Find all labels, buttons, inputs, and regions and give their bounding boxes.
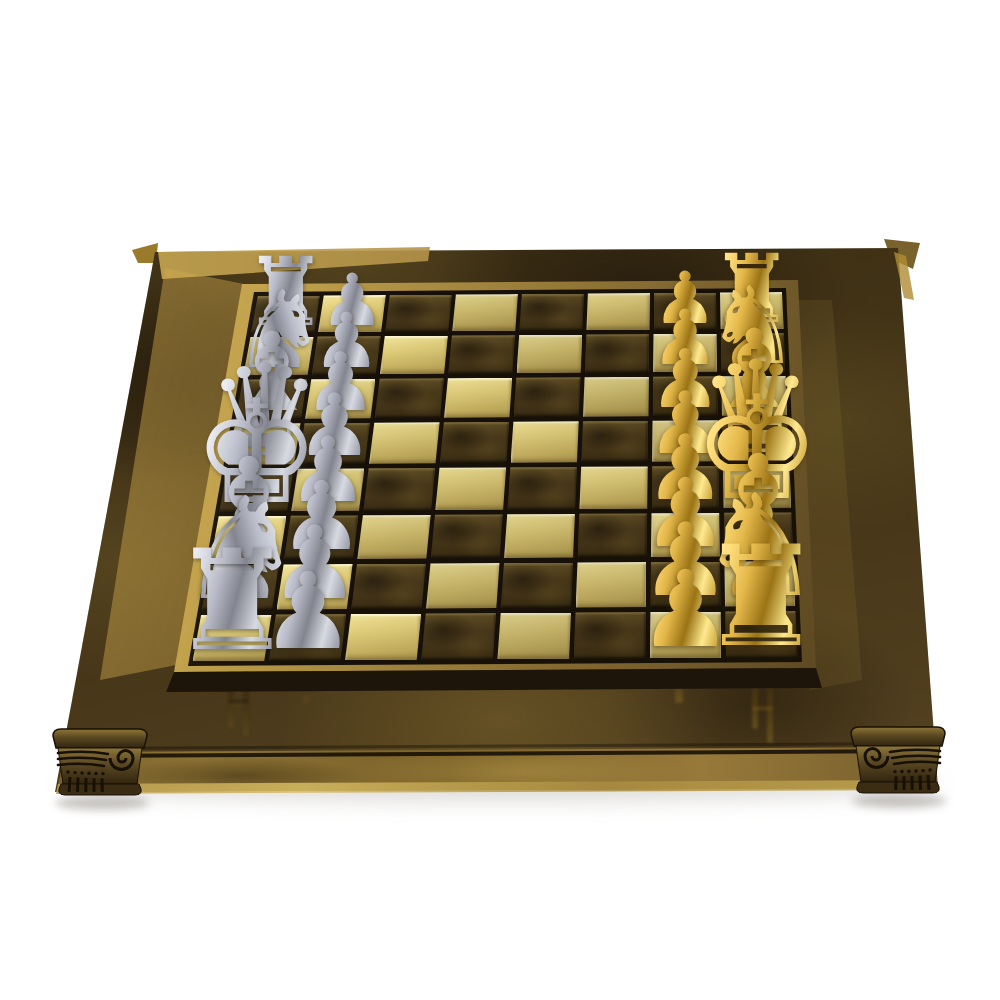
- square-f6: [578, 513, 648, 557]
- square-b4: [448, 335, 515, 374]
- square-d5: [511, 421, 579, 462]
- square-b3: [380, 336, 448, 375]
- square-h5: [497, 613, 571, 660]
- square-b6: [585, 334, 650, 373]
- white-rook-reflection-bar: [228, 700, 249, 706]
- square-a4: [452, 294, 518, 331]
- square-g6: [576, 562, 647, 608]
- square-e5: [507, 467, 577, 510]
- front-right-ionic-foot: [848, 722, 948, 798]
- square-h4: [421, 613, 496, 660]
- square-e6: [579, 466, 647, 509]
- square-a5: [519, 294, 584, 331]
- black-rook-reflection-bar: [752, 704, 773, 710]
- square-c6: [583, 377, 649, 417]
- chess-set-photo: ♜♟♟♜♞♟♟♞♝♟♟♝♛♟♟♛♚♟♟♚♝♟♟♝♞♟♟♞♜♟♟♜: [0, 0, 1000, 1000]
- square-c4: [444, 378, 512, 418]
- square-g5: [501, 563, 573, 609]
- square-g4: [426, 563, 500, 609]
- square-a6: [586, 293, 650, 330]
- square-f4: [431, 514, 503, 558]
- square-d6: [581, 421, 648, 462]
- square-c3: [375, 378, 444, 418]
- square-f5: [504, 514, 575, 558]
- square-a3: [385, 295, 452, 332]
- square-b5: [517, 335, 583, 374]
- square-e4: [435, 467, 506, 510]
- piece-white-pawn: ♟: [260, 559, 355, 665]
- front-left-ionic-foot: [50, 724, 150, 800]
- square-c5: [514, 377, 581, 417]
- square-e3: [363, 468, 435, 511]
- square-d3: [369, 422, 440, 463]
- piece-black-rook: ♜: [699, 528, 824, 667]
- square-d4: [440, 422, 509, 463]
- square-h6: [574, 612, 646, 659]
